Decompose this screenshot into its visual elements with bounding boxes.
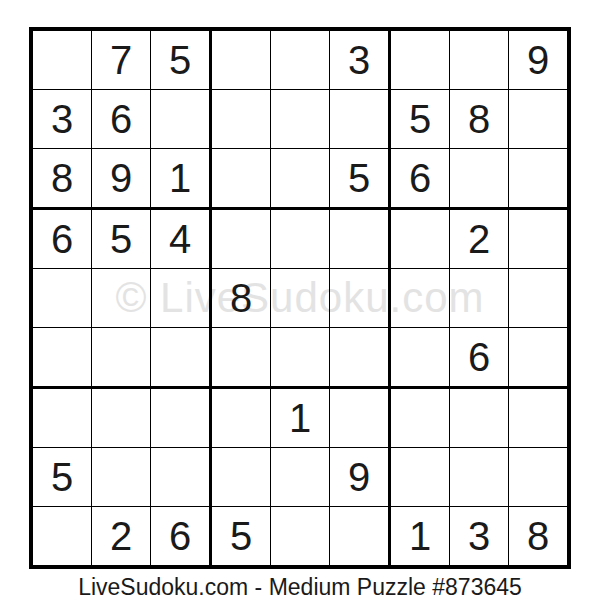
- cell-r7c2[interactable]: [92, 389, 151, 448]
- cell-r5c2[interactable]: [92, 269, 151, 328]
- cell-r5c3[interactable]: [151, 269, 212, 328]
- cell-r4c3[interactable]: 4: [151, 210, 212, 269]
- cell-r2c7[interactable]: 5: [391, 90, 450, 149]
- cell-r3c9[interactable]: [509, 149, 567, 210]
- cell-r8c2[interactable]: [92, 448, 151, 507]
- footer-caption: LiveSudoku.com - Medium Puzzle #873645: [0, 574, 600, 601]
- cell-r4c4[interactable]: [212, 210, 271, 269]
- cell-r9c3[interactable]: 6: [151, 507, 212, 565]
- cell-r9c6[interactable]: [330, 507, 391, 565]
- cell-r3c3[interactable]: 1: [151, 149, 212, 210]
- cell-r8c4[interactable]: [212, 448, 271, 507]
- cell-r8c9[interactable]: [509, 448, 567, 507]
- cell-r5c5[interactable]: [271, 269, 330, 328]
- cell-r3c1[interactable]: 8: [33, 149, 92, 210]
- cell-r6c4[interactable]: [212, 328, 271, 389]
- cell-r6c3[interactable]: [151, 328, 212, 389]
- cell-r5c6[interactable]: [330, 269, 391, 328]
- cell-r2c2[interactable]: 6: [92, 90, 151, 149]
- cell-r1c4[interactable]: [212, 31, 271, 90]
- cell-r5c8[interactable]: [450, 269, 509, 328]
- cell-r9c9[interactable]: 8: [509, 507, 567, 565]
- cell-r8c8[interactable]: [450, 448, 509, 507]
- cell-r3c7[interactable]: 6: [391, 149, 450, 210]
- cell-r5c9[interactable]: [509, 269, 567, 328]
- cell-r5c4[interactable]: 8: [212, 269, 271, 328]
- cell-r4c1[interactable]: 6: [33, 210, 92, 269]
- cell-r3c2[interactable]: 9: [92, 149, 151, 210]
- cell-r9c4[interactable]: 5: [212, 507, 271, 565]
- cell-r7c9[interactable]: [509, 389, 567, 448]
- sudoku-grid: 7539365889156654286159265138: [33, 31, 567, 565]
- cell-r8c7[interactable]: [391, 448, 450, 507]
- cell-r2c3[interactable]: [151, 90, 212, 149]
- cell-r7c8[interactable]: [450, 389, 509, 448]
- cell-r4c8[interactable]: 2: [450, 210, 509, 269]
- cell-r7c5[interactable]: 1: [271, 389, 330, 448]
- cell-r9c7[interactable]: 1: [391, 507, 450, 565]
- cell-r4c5[interactable]: [271, 210, 330, 269]
- cell-r6c2[interactable]: [92, 328, 151, 389]
- cell-r9c2[interactable]: 2: [92, 507, 151, 565]
- cell-r8c5[interactable]: [271, 448, 330, 507]
- cell-r6c7[interactable]: [391, 328, 450, 389]
- cell-r8c1[interactable]: 5: [33, 448, 92, 507]
- cell-r7c1[interactable]: [33, 389, 92, 448]
- cell-r4c9[interactable]: [509, 210, 567, 269]
- cell-r1c8[interactable]: [450, 31, 509, 90]
- cell-r8c6[interactable]: 9: [330, 448, 391, 507]
- cell-r7c4[interactable]: [212, 389, 271, 448]
- cell-r6c1[interactable]: [33, 328, 92, 389]
- cell-r6c6[interactable]: [330, 328, 391, 389]
- cell-r3c8[interactable]: [450, 149, 509, 210]
- cell-r6c5[interactable]: [271, 328, 330, 389]
- cell-r7c6[interactable]: [330, 389, 391, 448]
- cell-r1c5[interactable]: [271, 31, 330, 90]
- cell-r8c3[interactable]: [151, 448, 212, 507]
- cell-r1c6[interactable]: 3: [330, 31, 391, 90]
- cell-r2c9[interactable]: [509, 90, 567, 149]
- cell-r4c7[interactable]: [391, 210, 450, 269]
- cell-r1c1[interactable]: [33, 31, 92, 90]
- cell-r1c3[interactable]: 5: [151, 31, 212, 90]
- cell-r9c1[interactable]: [33, 507, 92, 565]
- sudoku-board: © LiveSudoku.com 75393658891566542861592…: [29, 27, 571, 569]
- cell-r1c7[interactable]: [391, 31, 450, 90]
- cell-r4c2[interactable]: 5: [92, 210, 151, 269]
- cell-r2c6[interactable]: [330, 90, 391, 149]
- cell-r3c5[interactable]: [271, 149, 330, 210]
- cell-r4c6[interactable]: [330, 210, 391, 269]
- cell-r3c4[interactable]: [212, 149, 271, 210]
- cell-r6c9[interactable]: [509, 328, 567, 389]
- cell-r1c2[interactable]: 7: [92, 31, 151, 90]
- cell-r6c8[interactable]: 6: [450, 328, 509, 389]
- cell-r1c9[interactable]: 9: [509, 31, 567, 90]
- cell-r2c8[interactable]: 8: [450, 90, 509, 149]
- cell-r9c5[interactable]: [271, 507, 330, 565]
- cell-r2c4[interactable]: [212, 90, 271, 149]
- cell-r5c7[interactable]: [391, 269, 450, 328]
- cell-r9c8[interactable]: 3: [450, 507, 509, 565]
- cell-r3c6[interactable]: 5: [330, 149, 391, 210]
- cell-r7c3[interactable]: [151, 389, 212, 448]
- cell-r7c7[interactable]: [391, 389, 450, 448]
- cell-r5c1[interactable]: [33, 269, 92, 328]
- cell-r2c5[interactable]: [271, 90, 330, 149]
- cell-r2c1[interactable]: 3: [33, 90, 92, 149]
